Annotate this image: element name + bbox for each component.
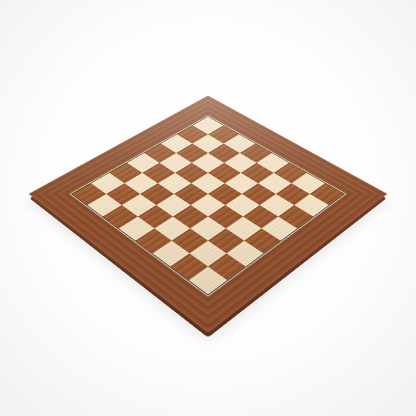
square-e3[interactable] — [173, 205, 208, 228]
square-h4[interactable] — [244, 228, 280, 253]
square-g2[interactable] — [190, 241, 227, 267]
square-f3[interactable] — [190, 217, 226, 241]
square-h7[interactable] — [294, 194, 329, 217]
board-top-face — [28, 95, 387, 333]
square-c1[interactable] — [103, 205, 138, 228]
square-f1[interactable] — [153, 241, 190, 267]
square-h6[interactable] — [278, 205, 313, 228]
square-d2[interactable] — [138, 205, 173, 228]
square-b1[interactable] — [87, 194, 122, 217]
square-e4[interactable] — [191, 194, 226, 217]
square-g5[interactable] — [243, 205, 278, 228]
square-h5[interactable] — [262, 217, 298, 241]
square-f4[interactable] — [208, 205, 243, 228]
square-g1[interactable] — [170, 253, 208, 280]
square-d3[interactable] — [156, 194, 191, 217]
square-c2[interactable] — [122, 194, 157, 217]
square-f5[interactable] — [225, 194, 260, 217]
square-e2[interactable] — [154, 217, 190, 241]
chess-board — [28, 95, 387, 333]
square-h1[interactable] — [189, 267, 227, 295]
frame-near-right-rail — [28, 181, 233, 334]
square-h2[interactable] — [208, 253, 246, 280]
square-g3[interactable] — [208, 228, 244, 253]
square-e1[interactable] — [135, 228, 171, 253]
square-h3[interactable] — [226, 241, 263, 267]
square-d1[interactable] — [119, 217, 155, 241]
square-g6[interactable] — [260, 194, 295, 217]
square-f2[interactable] — [172, 228, 208, 253]
square-g4[interactable] — [226, 217, 262, 241]
playing-area — [71, 116, 345, 295]
frame-far-right-rail — [183, 181, 388, 334]
photo-background — [0, 0, 416, 416]
